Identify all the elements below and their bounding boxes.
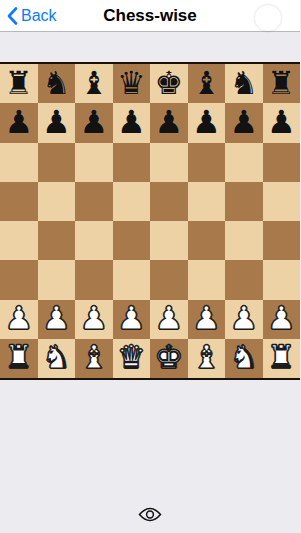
square-c6[interactable] xyxy=(75,143,113,182)
piece-white-pawn[interactable]: ♟ xyxy=(267,302,296,334)
square-g5[interactable] xyxy=(225,182,263,221)
square-e8[interactable]: ♚ xyxy=(150,64,188,103)
piece-black-pawn[interactable]: ♟ xyxy=(42,106,71,138)
square-h4[interactable] xyxy=(263,221,301,260)
piece-white-queen[interactable]: ♛ xyxy=(117,341,146,373)
square-d4[interactable] xyxy=(113,221,151,260)
square-f5[interactable] xyxy=(188,182,226,221)
square-c3[interactable] xyxy=(75,260,113,299)
white-to-move-indicator xyxy=(255,5,281,31)
square-a2[interactable]: ♟ xyxy=(0,300,38,339)
square-b3[interactable] xyxy=(38,260,76,299)
piece-white-king[interactable]: ♚ xyxy=(154,341,183,373)
square-b1[interactable]: ♞ xyxy=(38,339,76,378)
square-c2[interactable]: ♟ xyxy=(75,300,113,339)
square-a5[interactable] xyxy=(0,182,38,221)
piece-black-pawn[interactable]: ♟ xyxy=(192,106,221,138)
square-a1[interactable]: ♜ xyxy=(0,339,38,378)
square-f6[interactable] xyxy=(188,143,226,182)
square-g2[interactable]: ♟ xyxy=(225,300,263,339)
piece-black-pawn[interactable]: ♟ xyxy=(4,106,33,138)
piece-black-pawn[interactable]: ♟ xyxy=(229,106,258,138)
square-g3[interactable] xyxy=(225,260,263,299)
square-b6[interactable] xyxy=(38,143,76,182)
eye-icon xyxy=(138,507,162,522)
piece-white-pawn[interactable]: ♟ xyxy=(154,302,183,334)
square-c1[interactable]: ♝ xyxy=(75,339,113,378)
square-e4[interactable] xyxy=(150,221,188,260)
square-a7[interactable]: ♟ xyxy=(0,103,38,142)
piece-white-pawn[interactable]: ♟ xyxy=(79,302,108,334)
square-d6[interactable] xyxy=(113,143,151,182)
piece-black-bishop[interactable]: ♝ xyxy=(192,67,221,99)
square-g4[interactable] xyxy=(225,221,263,260)
square-h5[interactable] xyxy=(263,182,301,221)
piece-black-pawn[interactable]: ♟ xyxy=(154,106,183,138)
piece-white-pawn[interactable]: ♟ xyxy=(117,302,146,334)
piece-white-knight[interactable]: ♞ xyxy=(229,341,258,373)
square-f1[interactable]: ♝ xyxy=(188,339,226,378)
square-f8[interactable]: ♝ xyxy=(188,64,226,103)
square-b2[interactable]: ♟ xyxy=(38,300,76,339)
square-e5[interactable] xyxy=(150,182,188,221)
square-e7[interactable]: ♟ xyxy=(150,103,188,142)
piece-white-pawn[interactable]: ♟ xyxy=(42,302,71,334)
navigation-bar: Back Chess-wise xyxy=(0,0,300,32)
square-g1[interactable]: ♞ xyxy=(225,339,263,378)
square-f2[interactable]: ♟ xyxy=(188,300,226,339)
piece-black-king[interactable]: ♚ xyxy=(154,67,183,99)
square-f7[interactable]: ♟ xyxy=(188,103,226,142)
piece-white-pawn[interactable]: ♟ xyxy=(4,302,33,334)
square-b5[interactable] xyxy=(38,182,76,221)
square-g8[interactable]: ♞ xyxy=(225,64,263,103)
square-e2[interactable]: ♟ xyxy=(150,300,188,339)
square-d1[interactable]: ♛ xyxy=(113,339,151,378)
square-c4[interactable] xyxy=(75,221,113,260)
chess-board[interactable]: ♜♞♝♛♚♝♞♜♟♟♟♟♟♟♟♟♟♟♟♟♟♟♟♟♜♞♝♛♚♝♞♜ xyxy=(0,62,300,380)
square-g6[interactable] xyxy=(225,143,263,182)
square-d2[interactable]: ♟ xyxy=(113,300,151,339)
piece-white-knight[interactable]: ♞ xyxy=(42,341,71,373)
peek-button[interactable] xyxy=(133,502,167,526)
square-a3[interactable] xyxy=(0,260,38,299)
piece-white-rook[interactable]: ♜ xyxy=(267,341,296,373)
piece-black-bishop[interactable]: ♝ xyxy=(79,67,108,99)
square-h7[interactable]: ♟ xyxy=(263,103,301,142)
piece-black-pawn[interactable]: ♟ xyxy=(117,106,146,138)
piece-black-queen[interactable]: ♛ xyxy=(117,67,146,99)
square-g7[interactable]: ♟ xyxy=(225,103,263,142)
piece-white-rook[interactable]: ♜ xyxy=(4,341,33,373)
square-b4[interactable] xyxy=(38,221,76,260)
square-c5[interactable] xyxy=(75,182,113,221)
square-b7[interactable]: ♟ xyxy=(38,103,76,142)
square-h6[interactable] xyxy=(263,143,301,182)
piece-black-rook[interactable]: ♜ xyxy=(4,67,33,99)
square-f4[interactable] xyxy=(188,221,226,260)
square-f3[interactable] xyxy=(188,260,226,299)
app-screen: Back Chess-wise ♜♞♝♛♚♝♞♜♟♟♟♟♟♟♟♟♟♟♟♟♟♟♟♟… xyxy=(0,0,300,533)
piece-white-bishop[interactable]: ♝ xyxy=(192,341,221,373)
square-a8[interactable]: ♜ xyxy=(0,64,38,103)
square-d8[interactable]: ♛ xyxy=(113,64,151,103)
piece-black-pawn[interactable]: ♟ xyxy=(79,106,108,138)
square-e1[interactable]: ♚ xyxy=(150,339,188,378)
square-h2[interactable]: ♟ xyxy=(263,300,301,339)
piece-black-pawn[interactable]: ♟ xyxy=(267,106,296,138)
square-c8[interactable]: ♝ xyxy=(75,64,113,103)
square-h1[interactable]: ♜ xyxy=(263,339,301,378)
square-d3[interactable] xyxy=(113,260,151,299)
square-a4[interactable] xyxy=(0,221,38,260)
piece-white-pawn[interactable]: ♟ xyxy=(192,302,221,334)
square-c7[interactable]: ♟ xyxy=(75,103,113,142)
piece-black-knight[interactable]: ♞ xyxy=(42,67,71,99)
piece-white-bishop[interactable]: ♝ xyxy=(79,341,108,373)
piece-black-knight[interactable]: ♞ xyxy=(229,67,258,99)
square-a6[interactable] xyxy=(0,143,38,182)
square-h8[interactable]: ♜ xyxy=(263,64,301,103)
square-h3[interactable] xyxy=(263,260,301,299)
square-d7[interactable]: ♟ xyxy=(113,103,151,142)
square-d5[interactable] xyxy=(113,182,151,221)
piece-black-rook[interactable]: ♜ xyxy=(267,67,296,99)
square-b8[interactable]: ♞ xyxy=(38,64,76,103)
piece-white-pawn[interactable]: ♟ xyxy=(229,302,258,334)
square-e6[interactable] xyxy=(150,143,188,182)
square-e3[interactable] xyxy=(150,260,188,299)
